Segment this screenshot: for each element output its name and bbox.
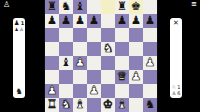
square-b4[interactable]: ♝ [59, 56, 73, 70]
square-h3[interactable] [143, 70, 157, 84]
close-icon[interactable]: ✕ [173, 20, 179, 27]
mini-white-pawn-icon: ♙ [20, 28, 24, 33]
piece-white-rook-a1[interactable]: ♜ [47, 99, 57, 111]
piece-black-pawn-b7[interactable]: ♟ [61, 15, 71, 27]
square-a3[interactable] [45, 70, 59, 84]
square-d2[interactable]: ♟ [87, 84, 101, 98]
captured-pawn-row: ♟1 [14, 20, 24, 27]
piece-white-pawn-c4[interactable]: ♟ [75, 57, 85, 69]
square-f7[interactable]: ♟ [115, 14, 129, 28]
piece-white-pawn-h4[interactable]: ♟ [145, 57, 155, 69]
square-g5[interactable] [129, 42, 143, 56]
square-d7[interactable]: ♟ [87, 14, 101, 28]
square-a6[interactable] [45, 28, 59, 42]
square-g6[interactable] [129, 28, 143, 42]
piece-white-queen-f3[interactable]: ♛ [117, 71, 127, 83]
pawn-app-icon[interactable]: ♙ [3, 1, 10, 9]
piece-black-knight-h1[interactable]: ♞ [145, 99, 155, 111]
square-f2[interactable] [115, 84, 129, 98]
piece-white-pawn-d2[interactable]: ♟ [89, 85, 99, 97]
square-b6[interactable] [59, 28, 73, 42]
square-d3[interactable] [87, 70, 101, 84]
left-player-panel: ♟1 ♟ ♙ ♞ [13, 18, 25, 98]
square-g2[interactable] [129, 84, 143, 98]
square-h8[interactable] [143, 0, 157, 14]
piece-white-bishop-c1[interactable]: ♝ [75, 99, 85, 111]
square-a8[interactable]: ♜ [45, 0, 59, 14]
square-c1[interactable]: ♝ [73, 98, 87, 112]
piece-black-bishop-b4[interactable]: ♝ [61, 57, 71, 69]
white-pawn-icon: ♙ [172, 91, 176, 96]
mini-capture-row: ♟ ♙ [14, 28, 23, 33]
piece-black-pawn-c7[interactable]: ♟ [75, 15, 85, 27]
square-g8[interactable]: ♚ [129, 0, 143, 14]
square-d5[interactable] [87, 42, 101, 56]
square-c8[interactable]: ♝ [73, 0, 87, 14]
square-e7[interactable] [101, 14, 115, 28]
square-g1[interactable] [129, 98, 143, 112]
square-b8[interactable]: ♞ [59, 0, 73, 14]
right-player-panel: ✕ ♘1 ♙6 [170, 18, 182, 98]
square-c3[interactable] [73, 70, 87, 84]
captured-pawns-count: 6 [177, 91, 180, 96]
square-d6[interactable] [87, 28, 101, 42]
square-a4[interactable] [45, 56, 59, 70]
square-e2[interactable] [101, 84, 115, 98]
square-f4[interactable] [115, 56, 129, 70]
piece-black-rook-f8[interactable]: ♜ [117, 1, 127, 13]
square-f5[interactable] [115, 42, 129, 56]
piece-black-king-g8[interactable]: ♚ [131, 1, 141, 13]
square-c7[interactable]: ♟ [73, 14, 87, 28]
piece-black-pawn-f7[interactable]: ♟ [117, 15, 127, 27]
menu-icon[interactable]: ≡ [191, 1, 197, 8]
piece-black-knight-b8[interactable]: ♞ [61, 1, 71, 13]
square-d4[interactable] [87, 56, 101, 70]
square-d1[interactable] [87, 98, 101, 112]
square-c4[interactable]: ♟ [73, 56, 87, 70]
knight-button-icon[interactable]: ♞ [15, 88, 22, 96]
mini-black-pawn-icon: ♟ [14, 28, 18, 33]
square-d8[interactable] [87, 0, 101, 14]
square-f3[interactable]: ♛ [115, 70, 129, 84]
square-h2[interactable] [143, 84, 157, 98]
square-h7[interactable]: ♟ [143, 14, 157, 28]
square-a2[interactable]: ♟ [45, 84, 59, 98]
piece-white-knight-b1[interactable]: ♞ [61, 99, 71, 111]
square-c2[interactable] [73, 84, 87, 98]
square-g3[interactable]: ♟ [129, 70, 143, 84]
square-b7[interactable]: ♟ [59, 14, 73, 28]
square-b2[interactable] [59, 84, 73, 98]
square-b3[interactable] [59, 70, 73, 84]
square-h6[interactable] [143, 28, 157, 42]
piece-black-pawn-h7[interactable]: ♟ [145, 15, 155, 27]
piece-white-king-e1[interactable]: ♚ [103, 99, 113, 111]
square-c5[interactable] [73, 42, 87, 56]
square-b1[interactable]: ♞ [59, 98, 73, 112]
piece-black-pawn-a7[interactable]: ♟ [47, 15, 57, 27]
piece-black-rook-a8[interactable]: ♜ [47, 1, 57, 13]
square-e4[interactable] [101, 56, 115, 70]
piece-white-pawn-g3[interactable]: ♟ [131, 71, 141, 83]
captured-pawns-row: ♙6 [172, 91, 181, 96]
square-f1[interactable]: ♝ [115, 98, 129, 112]
piece-black-bishop-c8[interactable]: ♝ [75, 1, 85, 13]
square-f6[interactable] [115, 28, 129, 42]
square-h1[interactable]: ♞ [143, 98, 157, 112]
square-h4[interactable]: ♟ [143, 56, 157, 70]
square-a1[interactable]: ♜ [45, 98, 59, 112]
piece-black-pawn-g7[interactable]: ♟ [131, 15, 141, 27]
square-b5[interactable] [59, 42, 73, 56]
chess-board: ♜♞♝♜♚♟♟♟♟♟♟♟♞♝♟♟♛♟♟♟♜♞♝♚♝♞ [45, 0, 157, 112]
square-e1[interactable]: ♚ [101, 98, 115, 112]
piece-black-pawn-d7[interactable]: ♟ [89, 15, 99, 27]
square-e8[interactable] [101, 0, 115, 14]
square-g7[interactable]: ♟ [129, 14, 143, 28]
black-pawn-icon: ♟ [14, 20, 20, 27]
captured-pawn-count: 1 [21, 21, 24, 26]
square-a5[interactable] [45, 42, 59, 56]
piece-white-pawn-a2[interactable]: ♟ [47, 85, 57, 97]
square-a7[interactable]: ♟ [45, 14, 59, 28]
square-g4[interactable] [129, 56, 143, 70]
piece-white-bishop-f1[interactable]: ♝ [117, 99, 127, 111]
square-h5[interactable] [143, 42, 157, 56]
square-f8[interactable]: ♜ [115, 0, 129, 14]
piece-white-knight-e5[interactable]: ♞ [103, 43, 113, 55]
square-e5[interactable]: ♞ [101, 42, 115, 56]
square-e3[interactable] [101, 70, 115, 84]
square-c6[interactable] [73, 28, 87, 42]
square-e6[interactable] [101, 28, 115, 42]
